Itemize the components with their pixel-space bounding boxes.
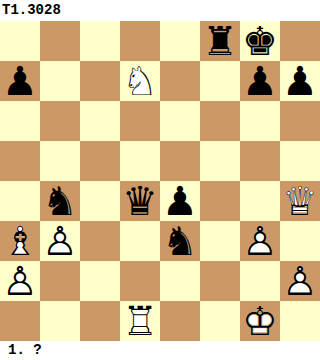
square-f7[interactable] <box>200 61 240 101</box>
square-b2[interactable] <box>40 261 80 301</box>
square-d5[interactable] <box>120 141 160 181</box>
square-e8[interactable] <box>160 21 200 61</box>
square-a8[interactable] <box>0 21 40 61</box>
square-h1[interactable] <box>280 301 320 341</box>
square-d7[interactable]: ♞♘ <box>120 61 160 101</box>
square-e5[interactable] <box>160 141 200 181</box>
square-c3[interactable] <box>80 221 120 261</box>
square-c2[interactable] <box>80 261 120 301</box>
piece-white-pawn: ♟♙ <box>240 221 280 261</box>
square-f8[interactable]: ♜ <box>200 21 240 61</box>
piece-black-knight: ♞ <box>40 181 80 221</box>
square-d3[interactable] <box>120 221 160 261</box>
square-e4[interactable]: ♟ <box>160 181 200 221</box>
square-c7[interactable] <box>80 61 120 101</box>
square-c4[interactable] <box>80 181 120 221</box>
square-d8[interactable] <box>120 21 160 61</box>
square-d2[interactable] <box>120 261 160 301</box>
square-a5[interactable] <box>0 141 40 181</box>
piece-white-queen: ♛♕ <box>280 181 320 221</box>
square-f3[interactable] <box>200 221 240 261</box>
square-f6[interactable] <box>200 101 240 141</box>
piece-black-pawn: ♟ <box>240 61 280 101</box>
square-b7[interactable] <box>40 61 80 101</box>
square-b3[interactable]: ♟♙ <box>40 221 80 261</box>
square-c1[interactable] <box>80 301 120 341</box>
square-g2[interactable] <box>240 261 280 301</box>
square-h4[interactable]: ♛♕ <box>280 181 320 221</box>
square-e6[interactable] <box>160 101 200 141</box>
square-d4[interactable]: ♛ <box>120 181 160 221</box>
square-g8[interactable]: ♚ <box>240 21 280 61</box>
square-a7[interactable]: ♟ <box>0 61 40 101</box>
square-f1[interactable] <box>200 301 240 341</box>
chess-board: ♜♚♟♞♘♟♟♞♛♟♛♕♝♗♟♙♞♟♙♟♙♟♙♜♖♚♔ <box>0 21 320 341</box>
square-e1[interactable] <box>160 301 200 341</box>
square-g7[interactable]: ♟ <box>240 61 280 101</box>
square-e7[interactable] <box>160 61 200 101</box>
square-g1[interactable]: ♚♔ <box>240 301 280 341</box>
square-b1[interactable] <box>40 301 80 341</box>
piece-black-knight: ♞ <box>160 221 200 261</box>
square-h5[interactable] <box>280 141 320 181</box>
piece-white-knight: ♞♘ <box>120 61 160 101</box>
square-f4[interactable] <box>200 181 240 221</box>
square-b4[interactable]: ♞ <box>40 181 80 221</box>
square-e2[interactable] <box>160 261 200 301</box>
piece-white-rook: ♜♖ <box>120 301 160 341</box>
square-f5[interactable] <box>200 141 240 181</box>
piece-black-rook: ♜ <box>200 21 240 61</box>
piece-white-pawn: ♟♙ <box>0 261 40 301</box>
square-e3[interactable]: ♞ <box>160 221 200 261</box>
square-h3[interactable] <box>280 221 320 261</box>
piece-black-queen: ♛ <box>120 181 160 221</box>
square-b6[interactable] <box>40 101 80 141</box>
square-h2[interactable]: ♟♙ <box>280 261 320 301</box>
square-f2[interactable] <box>200 261 240 301</box>
piece-white-pawn: ♟♙ <box>40 221 80 261</box>
square-c5[interactable] <box>80 141 120 181</box>
square-b5[interactable] <box>40 141 80 181</box>
square-g6[interactable] <box>240 101 280 141</box>
piece-black-pawn: ♟ <box>160 181 200 221</box>
piece-black-pawn: ♟ <box>280 61 320 101</box>
square-a3[interactable]: ♝♗ <box>0 221 40 261</box>
square-d6[interactable] <box>120 101 160 141</box>
square-c8[interactable] <box>80 21 120 61</box>
piece-black-king: ♚ <box>240 21 280 61</box>
square-a1[interactable] <box>0 301 40 341</box>
piece-white-pawn: ♟♙ <box>280 261 320 301</box>
piece-black-pawn: ♟ <box>0 61 40 101</box>
square-a4[interactable] <box>0 181 40 221</box>
square-a2[interactable]: ♟♙ <box>0 261 40 301</box>
square-c6[interactable] <box>80 101 120 141</box>
square-h8[interactable] <box>280 21 320 61</box>
square-d1[interactable]: ♜♖ <box>120 301 160 341</box>
piece-white-king: ♚♔ <box>240 301 280 341</box>
square-h7[interactable]: ♟ <box>280 61 320 101</box>
square-b8[interactable] <box>40 21 80 61</box>
square-g4[interactable] <box>240 181 280 221</box>
square-g3[interactable]: ♟♙ <box>240 221 280 261</box>
square-a6[interactable] <box>0 101 40 141</box>
piece-white-bishop: ♝♗ <box>0 221 40 261</box>
square-g5[interactable] <box>240 141 280 181</box>
square-h6[interactable] <box>280 101 320 141</box>
